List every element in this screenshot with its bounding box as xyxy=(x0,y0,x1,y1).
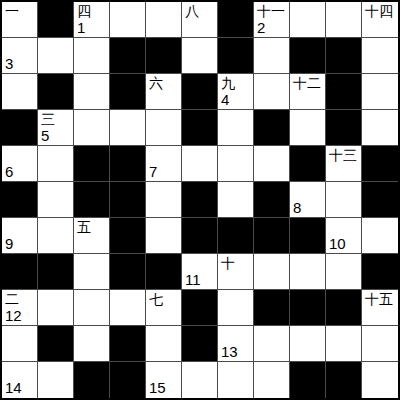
cell-r3c6-white[interactable] xyxy=(218,110,254,146)
cell-r3c2-white[interactable] xyxy=(74,110,110,146)
clue-number-labels: 十 xyxy=(221,255,253,289)
clue-number-labels: 八 xyxy=(185,3,217,37)
cell-r2c3-black xyxy=(110,74,146,110)
cell-r7c5-white[interactable]: 11 xyxy=(182,254,218,290)
cell-r5c7-black xyxy=(254,182,290,218)
cell-r8c5-black xyxy=(182,290,218,326)
cell-r6c9-white[interactable]: 10 xyxy=(326,218,362,254)
cell-r10c2-black xyxy=(74,362,110,398)
down-clue-number-kanji xyxy=(221,327,253,344)
cell-r5c8-white[interactable]: 8 xyxy=(290,182,326,218)
down-clue-number-kanji xyxy=(149,147,181,164)
crossword-grid: 一四1八十一2十四3六九4十二三567十三89五1011十二12七十五13141… xyxy=(0,0,400,400)
cell-r1c9-black xyxy=(326,38,362,74)
cell-r3c0-black xyxy=(2,110,38,146)
across-clue-number: 3 xyxy=(5,56,37,73)
clue-number-labels: 11 xyxy=(185,255,217,289)
cell-r1c8-black xyxy=(290,38,326,74)
down-clue-number-kanji xyxy=(149,363,181,380)
across-clue-number: 1 xyxy=(77,20,109,37)
cell-r8c8-black xyxy=(290,290,326,326)
cell-r0c6-black xyxy=(218,2,254,38)
cell-r8c2-white[interactable] xyxy=(74,290,110,326)
cell-r2c0-white[interactable] xyxy=(2,74,38,110)
cell-r6c6-black xyxy=(218,218,254,254)
clue-number-labels: 九4 xyxy=(221,75,253,109)
down-clue-number-kanji: 十 xyxy=(221,255,253,272)
down-clue-number-kanji: 四 xyxy=(77,3,109,20)
cell-r9c1-black xyxy=(38,326,74,362)
cell-r5c4-white[interactable] xyxy=(146,182,182,218)
clue-number-labels: 8 xyxy=(293,183,325,217)
cell-r1c5-white[interactable] xyxy=(182,38,218,74)
clue-number-labels: 五 xyxy=(77,219,109,253)
clue-number-labels: 二12 xyxy=(5,291,37,325)
cell-r3c7-black xyxy=(254,110,290,146)
cell-r9c10-white[interactable] xyxy=(362,326,398,362)
across-clue-number xyxy=(329,164,361,181)
cell-r10c8-black xyxy=(290,362,326,398)
cell-r3c4-white[interactable] xyxy=(146,110,182,146)
down-clue-number-kanji: 七 xyxy=(149,291,181,308)
cell-r0c10-white[interactable]: 十四 xyxy=(362,2,398,38)
down-clue-number-kanji: 十四 xyxy=(365,3,398,20)
cell-r7c1-black xyxy=(38,254,74,290)
cell-r3c10-white[interactable] xyxy=(362,110,398,146)
cell-r10c10-white[interactable] xyxy=(362,362,398,398)
cell-r8c7-black xyxy=(254,290,290,326)
across-clue-number: 10 xyxy=(329,236,361,253)
down-clue-number-kanji: 二 xyxy=(5,291,37,308)
cell-r4c6-white[interactable] xyxy=(218,146,254,182)
across-clue-number: 14 xyxy=(5,380,37,397)
across-clue-number xyxy=(149,308,181,325)
clue-number-labels: 7 xyxy=(149,147,181,181)
cell-r5c2-black xyxy=(74,182,110,218)
cell-r5c5-black xyxy=(182,182,218,218)
cell-r10c4-white[interactable]: 15 xyxy=(146,362,182,398)
clue-number-labels: 3 xyxy=(5,39,37,73)
down-clue-number-kanji xyxy=(5,147,37,164)
cell-r6c2-white[interactable]: 五 xyxy=(74,218,110,254)
cell-r2c9-black xyxy=(326,74,362,110)
cell-r2c6-white[interactable]: 九4 xyxy=(218,74,254,110)
clue-number-labels: 9 xyxy=(5,219,37,253)
down-clue-number-kanji: 十五 xyxy=(365,291,398,308)
cell-r2c7-white[interactable] xyxy=(254,74,290,110)
across-clue-number: 15 xyxy=(149,380,181,397)
cell-r7c10-black xyxy=(362,254,398,290)
cell-r4c8-black xyxy=(290,146,326,182)
cell-r4c5-white[interactable] xyxy=(182,146,218,182)
across-clue-number xyxy=(185,20,217,37)
cell-r7c7-white[interactable] xyxy=(254,254,290,290)
cell-r4c7-white[interactable] xyxy=(254,146,290,182)
cell-r9c9-white[interactable] xyxy=(326,326,362,362)
cell-r10c1-white[interactable] xyxy=(38,362,74,398)
cell-r0c5-white[interactable]: 八 xyxy=(182,2,218,38)
cell-r7c0-black xyxy=(2,254,38,290)
clue-number-labels: 七 xyxy=(149,291,181,325)
cell-r7c4-black xyxy=(146,254,182,290)
cell-r0c2-white[interactable]: 四1 xyxy=(74,2,110,38)
cell-r7c9-white[interactable] xyxy=(326,254,362,290)
down-clue-number-kanji: 十二 xyxy=(293,75,325,92)
cell-r7c2-white[interactable] xyxy=(74,254,110,290)
down-clue-number-kanji xyxy=(5,219,37,236)
cell-r8c4-white[interactable]: 七 xyxy=(146,290,182,326)
cell-r8c1-white[interactable] xyxy=(38,290,74,326)
clue-number-labels: 十四 xyxy=(365,3,398,37)
cell-r0c1-black xyxy=(38,2,74,38)
cell-r6c10-white[interactable] xyxy=(362,218,398,254)
cell-r4c4-white[interactable]: 7 xyxy=(146,146,182,182)
cell-r0c4-white[interactable] xyxy=(146,2,182,38)
cell-r6c7-black xyxy=(254,218,290,254)
clue-number-labels: 四1 xyxy=(77,3,109,37)
cell-r4c1-white[interactable] xyxy=(38,146,74,182)
cell-r9c6-white[interactable]: 13 xyxy=(218,326,254,362)
cell-r10c9-black xyxy=(326,362,362,398)
cell-r8c0-white[interactable]: 二12 xyxy=(2,290,38,326)
cell-r1c7-white[interactable] xyxy=(254,38,290,74)
cell-r1c6-black xyxy=(218,38,254,74)
down-clue-number-kanji xyxy=(5,39,37,56)
cell-r9c0-white[interactable] xyxy=(2,326,38,362)
clue-number-labels: 十一2 xyxy=(257,3,289,37)
across-clue-number: 5 xyxy=(41,128,73,145)
cell-r6c5-black xyxy=(182,218,218,254)
across-clue-number xyxy=(293,92,325,109)
cell-r6c0-white[interactable]: 9 xyxy=(2,218,38,254)
clue-number-labels: 6 xyxy=(5,147,37,181)
cell-r4c9-white[interactable]: 十三 xyxy=(326,146,362,182)
across-clue-number: 12 xyxy=(5,308,37,325)
cell-r10c7-white[interactable] xyxy=(254,362,290,398)
clue-number-labels: 六 xyxy=(149,75,181,109)
cell-r9c5-black xyxy=(182,326,218,362)
cell-r9c8-white[interactable] xyxy=(290,326,326,362)
cell-r0c8-white[interactable] xyxy=(290,2,326,38)
down-clue-number-kanji: 五 xyxy=(77,219,109,236)
cell-r0c7-white[interactable]: 十一2 xyxy=(254,2,290,38)
cell-r9c3-black xyxy=(110,326,146,362)
clue-number-labels: 十三 xyxy=(329,147,361,181)
across-clue-number: 4 xyxy=(221,92,253,109)
cell-r6c4-white[interactable] xyxy=(146,218,182,254)
down-clue-number-kanji: 十一 xyxy=(257,3,289,20)
cell-r5c6-white[interactable] xyxy=(218,182,254,218)
cell-r10c5-white[interactable] xyxy=(182,362,218,398)
cell-r10c3-black xyxy=(110,362,146,398)
down-clue-number-kanji: 三 xyxy=(41,111,73,128)
cell-r3c5-black xyxy=(182,110,218,146)
clue-number-labels: 14 xyxy=(5,363,37,397)
down-clue-number-kanji xyxy=(185,255,217,272)
across-clue-number: 13 xyxy=(221,344,253,361)
cell-r4c0-white[interactable]: 6 xyxy=(2,146,38,182)
down-clue-number-kanji xyxy=(293,183,325,200)
cell-r9c7-white[interactable] xyxy=(254,326,290,362)
cell-r8c10-white[interactable]: 十五 xyxy=(362,290,398,326)
across-clue-number xyxy=(77,236,109,253)
cell-r3c9-black xyxy=(326,110,362,146)
cell-r4c3-black xyxy=(110,146,146,182)
cell-r5c10-black xyxy=(362,182,398,218)
cell-r0c9-white[interactable] xyxy=(326,2,362,38)
clue-number-labels: 三5 xyxy=(41,111,73,145)
cell-r5c1-white[interactable] xyxy=(38,182,74,218)
across-clue-number xyxy=(365,20,398,37)
down-clue-number-kanji: 九 xyxy=(221,75,253,92)
across-clue-number xyxy=(221,272,253,289)
clue-number-labels: 十五 xyxy=(365,291,398,325)
cell-r2c2-white[interactable] xyxy=(74,74,110,110)
clue-number-labels: 十二 xyxy=(293,75,325,109)
down-clue-number-kanji: 一 xyxy=(5,3,37,20)
cell-r4c10-black xyxy=(362,146,398,182)
cell-r0c0-white[interactable]: 一 xyxy=(2,2,38,38)
cell-r6c1-white[interactable] xyxy=(38,218,74,254)
cell-r2c8-white[interactable]: 十二 xyxy=(290,74,326,110)
across-clue-number xyxy=(5,20,37,37)
down-clue-number-kanji: 十三 xyxy=(329,147,361,164)
across-clue-number: 11 xyxy=(185,272,217,289)
across-clue-number xyxy=(365,308,398,325)
cell-r3c8-white[interactable] xyxy=(290,110,326,146)
across-clue-number xyxy=(149,92,181,109)
cell-r5c9-white[interactable] xyxy=(326,182,362,218)
clue-number-labels: 15 xyxy=(149,363,181,397)
cell-r10c0-white[interactable]: 14 xyxy=(2,362,38,398)
down-clue-number-kanji: 八 xyxy=(185,3,217,20)
cell-r9c2-white[interactable] xyxy=(74,326,110,362)
cell-r5c0-black xyxy=(2,182,38,218)
cell-r2c5-black xyxy=(182,74,218,110)
across-clue-number: 6 xyxy=(5,164,37,181)
clue-number-labels: 13 xyxy=(221,327,253,361)
across-clue-number: 8 xyxy=(293,200,325,217)
down-clue-number-kanji: 六 xyxy=(149,75,181,92)
clue-number-labels: 一 xyxy=(5,3,37,37)
cell-r1c4-black xyxy=(146,38,182,74)
cell-r0c3-white[interactable] xyxy=(110,2,146,38)
down-clue-number-kanji xyxy=(329,219,361,236)
cell-r8c6-white[interactable] xyxy=(218,290,254,326)
cell-r10c6-white[interactable] xyxy=(218,362,254,398)
cell-r8c9-black xyxy=(326,290,362,326)
cell-r7c8-white[interactable] xyxy=(290,254,326,290)
cell-r9c4-white[interactable] xyxy=(146,326,182,362)
cell-r1c10-white[interactable] xyxy=(362,38,398,74)
across-clue-number: 7 xyxy=(149,164,181,181)
clue-number-labels: 10 xyxy=(329,219,361,253)
cell-r7c3-black xyxy=(110,254,146,290)
down-clue-number-kanji xyxy=(5,363,37,380)
cell-r6c8-black xyxy=(290,218,326,254)
cell-r4c2-black xyxy=(74,146,110,182)
cell-r5c3-black xyxy=(110,182,146,218)
cell-r2c1-black xyxy=(38,74,74,110)
cell-r1c2-white[interactable] xyxy=(74,38,110,74)
across-clue-number: 2 xyxy=(257,20,289,37)
across-clue-number: 9 xyxy=(5,236,37,253)
cell-r3c3-white[interactable] xyxy=(110,110,146,146)
cell-r2c10-white[interactable] xyxy=(362,74,398,110)
cell-r1c1-white[interactable] xyxy=(38,38,74,74)
cell-r7c6-white[interactable]: 十 xyxy=(218,254,254,290)
cell-r3c1-white[interactable]: 三5 xyxy=(38,110,74,146)
cell-r1c3-black xyxy=(110,38,146,74)
cell-r1c0-white[interactable]: 3 xyxy=(2,38,38,74)
cell-r6c3-black xyxy=(110,218,146,254)
cell-r8c3-white[interactable] xyxy=(110,290,146,326)
cell-r2c4-white[interactable]: 六 xyxy=(146,74,182,110)
